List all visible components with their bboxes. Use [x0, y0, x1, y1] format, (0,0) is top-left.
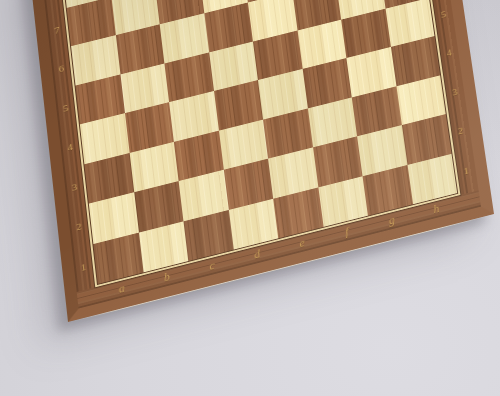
chess-board: abcdefgh1122334455667788	[27, 0, 494, 322]
bevel-frame	[27, 0, 494, 322]
photo-backdrop: abcdefgh1122334455667788	[0, 0, 500, 396]
